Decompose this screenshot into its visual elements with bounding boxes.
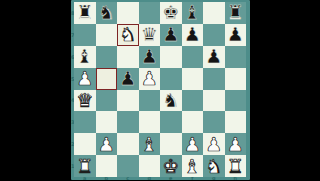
square-a7[interactable] <box>74 24 96 46</box>
square-h3[interactable] <box>225 111 247 133</box>
square-h4[interactable] <box>225 90 247 112</box>
piece-white-rook[interactable]: ♜ <box>227 156 244 175</box>
file-labels: abcdefgh <box>74 177 246 181</box>
piece-white-bishop[interactable]: ♝ <box>141 134 158 153</box>
square-c7[interactable]: ♞ <box>117 24 139 46</box>
square-e5[interactable] <box>160 68 182 90</box>
file-label-h: h <box>225 177 247 181</box>
piece-white-king[interactable]: ♚ <box>162 156 179 175</box>
board-grid: ♜♞♚♝♜♞♛♟♟♟♝♟♟♟♟♟♛♞♟♝♟♟♟♜♚♝♞♜ <box>74 2 246 177</box>
square-c2[interactable] <box>117 133 139 155</box>
square-f6[interactable] <box>182 46 204 68</box>
file-label-c: c <box>117 177 139 181</box>
piece-black-pawn[interactable]: ♟ <box>205 47 222 66</box>
piece-black-pawn[interactable]: ♟ <box>184 25 201 44</box>
square-a3[interactable] <box>74 111 96 133</box>
square-a4[interactable]: ♛ <box>74 90 96 112</box>
square-d6[interactable]: ♟ <box>139 46 161 68</box>
square-f7[interactable]: ♟ <box>182 24 204 46</box>
square-g7[interactable] <box>203 24 225 46</box>
piece-black-knight[interactable]: ♞ <box>162 90 179 109</box>
piece-white-pawn[interactable]: ♟ <box>227 134 244 153</box>
square-h5[interactable] <box>225 68 247 90</box>
square-e7[interactable]: ♟ <box>160 24 182 46</box>
piece-white-pawn[interactable]: ♟ <box>184 134 201 153</box>
square-g1[interactable]: ♞ <box>203 155 225 177</box>
square-b6[interactable] <box>96 46 118 68</box>
piece-black-bishop[interactable]: ♝ <box>184 3 201 22</box>
square-f3[interactable] <box>182 111 204 133</box>
square-f1[interactable]: ♝ <box>182 155 204 177</box>
piece-white-knight[interactable]: ♞ <box>119 25 136 44</box>
file-label-b: b <box>96 177 118 181</box>
chess-board: 87654321 abcdefgh ♜♞♚♝♜♞♛♟♟♟♝♟♟♟♟♟♛♞♟♝♟♟… <box>71 0 250 180</box>
square-f2[interactable]: ♟ <box>182 133 204 155</box>
piece-black-bishop[interactable]: ♝ <box>76 47 93 66</box>
square-c1[interactable] <box>117 155 139 177</box>
piece-white-knight[interactable]: ♞ <box>205 156 222 175</box>
piece-black-pawn[interactable]: ♟ <box>162 25 179 44</box>
square-b8[interactable]: ♞ <box>96 2 118 24</box>
square-g8[interactable] <box>203 2 225 24</box>
square-d2[interactable]: ♝ <box>139 133 161 155</box>
piece-black-pawn[interactable]: ♟ <box>141 47 158 66</box>
square-e2[interactable] <box>160 133 182 155</box>
square-h7[interactable]: ♟ <box>225 24 247 46</box>
square-e1[interactable]: ♚ <box>160 155 182 177</box>
square-c4[interactable] <box>117 90 139 112</box>
square-e8[interactable]: ♚ <box>160 2 182 24</box>
square-f8[interactable]: ♝ <box>182 2 204 24</box>
file-label-a: a <box>74 177 96 181</box>
square-c5[interactable]: ♟ <box>117 68 139 90</box>
file-label-f: f <box>182 177 204 181</box>
square-e4[interactable]: ♞ <box>160 90 182 112</box>
square-a8[interactable]: ♜ <box>74 2 96 24</box>
square-b4[interactable] <box>96 90 118 112</box>
square-g5[interactable] <box>203 68 225 90</box>
piece-white-pawn[interactable]: ♟ <box>98 134 115 153</box>
piece-black-queen[interactable]: ♛ <box>141 25 158 44</box>
square-b5[interactable] <box>96 68 118 90</box>
piece-white-pawn[interactable]: ♟ <box>205 134 222 153</box>
piece-black-pawn[interactable]: ♟ <box>119 69 136 88</box>
square-c6[interactable] <box>117 46 139 68</box>
square-g6[interactable]: ♟ <box>203 46 225 68</box>
square-a5[interactable]: ♟ <box>74 68 96 90</box>
square-a6[interactable]: ♝ <box>74 46 96 68</box>
square-h8[interactable]: ♜ <box>225 2 247 24</box>
square-a2[interactable] <box>74 133 96 155</box>
square-c3[interactable] <box>117 111 139 133</box>
piece-white-bishop[interactable]: ♝ <box>184 156 201 175</box>
file-label-d: d <box>139 177 161 181</box>
square-h2[interactable]: ♟ <box>225 133 247 155</box>
video-frame: 87654321 abcdefgh ♜♞♚♝♜♞♛♟♟♟♝♟♟♟♟♟♛♞♟♝♟♟… <box>0 0 320 180</box>
square-d5[interactable]: ♟ <box>139 68 161 90</box>
piece-white-rook[interactable]: ♜ <box>76 156 93 175</box>
square-e3[interactable] <box>160 111 182 133</box>
piece-white-pawn[interactable]: ♟ <box>76 69 93 88</box>
square-b1[interactable] <box>96 155 118 177</box>
piece-black-king[interactable]: ♚ <box>162 3 179 22</box>
square-g3[interactable] <box>203 111 225 133</box>
piece-black-rook[interactable]: ♜ <box>227 3 244 22</box>
square-c8[interactable] <box>117 2 139 24</box>
square-d3[interactable] <box>139 111 161 133</box>
square-f4[interactable] <box>182 90 204 112</box>
piece-black-knight[interactable]: ♞ <box>98 3 115 22</box>
file-label-e: e <box>160 177 182 181</box>
square-b7[interactable] <box>96 24 118 46</box>
square-g4[interactable] <box>203 90 225 112</box>
square-d4[interactable] <box>139 90 161 112</box>
square-f5[interactable] <box>182 68 204 90</box>
square-h6[interactable] <box>225 46 247 68</box>
piece-black-pawn[interactable]: ♟ <box>227 25 244 44</box>
piece-black-rook[interactable]: ♜ <box>76 3 93 22</box>
file-label-g: g <box>203 177 225 181</box>
square-d8[interactable] <box>139 2 161 24</box>
square-e6[interactable] <box>160 46 182 68</box>
square-b2[interactable]: ♟ <box>96 133 118 155</box>
square-a1[interactable]: ♜ <box>74 155 96 177</box>
square-d1[interactable] <box>139 155 161 177</box>
piece-white-pawn[interactable]: ♟ <box>141 69 158 88</box>
square-g2[interactable]: ♟ <box>203 133 225 155</box>
square-h1[interactable]: ♜ <box>225 155 247 177</box>
square-b3[interactable] <box>96 111 118 133</box>
piece-white-queen[interactable]: ♛ <box>76 90 93 109</box>
square-d7[interactable]: ♛ <box>139 24 161 46</box>
